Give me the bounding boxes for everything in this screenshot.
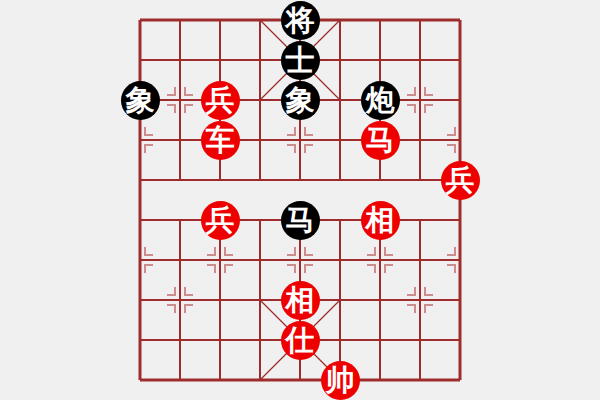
board-point: 帅 [320, 360, 360, 400]
piece-black-horse[interactable]: 马 [281, 201, 320, 240]
board[interactable]: 将士象兵象炮车马兵兵马相相仕帅 [120, 0, 480, 400]
piece-black-advisor[interactable]: 士 [281, 41, 320, 80]
piece-red-elephant[interactable]: 相 [281, 281, 320, 320]
board-point: 兵 [200, 80, 240, 120]
piece-black-elephant[interactable]: 象 [281, 81, 320, 120]
xiangqi-board-screenshot: 将士象兵象炮车马兵兵马相相仕帅 [0, 0, 600, 400]
board-point: 象 [120, 80, 160, 120]
board-point: 兵 [440, 160, 480, 200]
piece-black-elephant[interactable]: 象 [121, 81, 160, 120]
piece-red-soldier[interactable]: 兵 [441, 161, 480, 200]
board-point: 象 [280, 80, 320, 120]
board-point: 士 [280, 40, 320, 80]
piece-black-general[interactable]: 将 [281, 1, 320, 40]
board-point: 兵 [200, 200, 240, 240]
board-point: 马 [280, 200, 320, 240]
piece-red-soldier[interactable]: 兵 [201, 81, 240, 120]
piece-red-horse[interactable]: 马 [361, 121, 400, 160]
piece-red-general[interactable]: 帅 [321, 361, 360, 400]
piece-red-advisor[interactable]: 仕 [281, 321, 320, 360]
piece-black-cannon[interactable]: 炮 [361, 81, 400, 120]
piece-red-elephant[interactable]: 相 [361, 201, 400, 240]
board-point: 炮 [360, 80, 400, 120]
piece-red-chariot[interactable]: 车 [201, 121, 240, 160]
board-point: 将 [280, 0, 320, 40]
piece-red-soldier[interactable]: 兵 [201, 201, 240, 240]
board-point: 马 [360, 120, 400, 160]
board-point: 车 [200, 120, 240, 160]
board-point: 仕 [280, 320, 320, 360]
board-point: 相 [280, 280, 320, 320]
board-point: 相 [360, 200, 400, 240]
